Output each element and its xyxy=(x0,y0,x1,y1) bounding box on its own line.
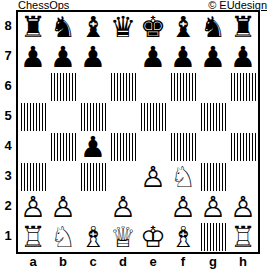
square-d4 xyxy=(108,132,138,162)
piece-white-pawn-e3: ♙ xyxy=(140,163,166,191)
square-h6 xyxy=(228,72,258,102)
piece-white-queen-d1: ♕ xyxy=(110,223,136,251)
square-h1: ♖ xyxy=(228,222,258,252)
square-f6 xyxy=(168,72,198,102)
square-a2: ♙ xyxy=(18,192,48,222)
rank-labels: 87654321 xyxy=(0,10,16,254)
square-c4: ♟ xyxy=(78,132,108,162)
file-label-b: b xyxy=(48,254,78,269)
square-d6 xyxy=(108,72,138,102)
square-c5 xyxy=(78,102,108,132)
credit-link[interactable]: © EUdesign xyxy=(208,0,267,10)
square-a5 xyxy=(18,102,48,132)
chess-board: ♜♞♝♛♚♝♞♜♟♟♟♟♟♟♟♟♙♘♙♙♙♙♙♙♖♘♗♕♔♗♖ xyxy=(16,10,260,254)
rank-label-3: 3 xyxy=(0,160,16,190)
square-d3 xyxy=(108,162,138,192)
square-c8: ♝ xyxy=(78,12,108,42)
piece-black-pawn-a7: ♟ xyxy=(20,43,46,71)
piece-white-knight-f3: ♘ xyxy=(170,163,196,191)
square-h5 xyxy=(228,102,258,132)
rank-label-1: 1 xyxy=(0,220,16,250)
header: ChessOps © EUdesign xyxy=(0,0,270,10)
square-h8: ♜ xyxy=(228,12,258,42)
square-b4 xyxy=(48,132,78,162)
piece-white-king-e1: ♔ xyxy=(140,223,166,251)
square-c3 xyxy=(78,162,108,192)
square-g2: ♙ xyxy=(198,192,228,222)
piece-black-pawn-c7: ♟ xyxy=(80,43,106,71)
square-b2: ♙ xyxy=(48,192,78,222)
piece-black-knight-b8: ♞ xyxy=(50,13,76,41)
square-d5 xyxy=(108,102,138,132)
file-label-d: d xyxy=(108,254,138,269)
square-b3 xyxy=(48,162,78,192)
piece-white-pawn-b2: ♙ xyxy=(50,193,76,221)
square-g5 xyxy=(198,102,228,132)
square-f7: ♟ xyxy=(168,42,198,72)
square-g1 xyxy=(198,222,228,252)
square-f2: ♙ xyxy=(168,192,198,222)
square-a8: ♜ xyxy=(18,12,48,42)
piece-black-pawn-e7: ♟ xyxy=(140,43,166,71)
square-d1: ♕ xyxy=(108,222,138,252)
piece-black-pawn-g7: ♟ xyxy=(200,43,226,71)
piece-white-knight-b1: ♘ xyxy=(50,223,76,251)
piece-black-pawn-c4: ♟ xyxy=(80,133,106,161)
file-label-h: h xyxy=(228,254,258,269)
square-g3 xyxy=(198,162,228,192)
piece-black-rook-h8: ♜ xyxy=(230,13,256,41)
square-b7: ♟ xyxy=(48,42,78,72)
square-f3: ♘ xyxy=(168,162,198,192)
file-label-f: f xyxy=(168,254,198,269)
square-d7 xyxy=(108,42,138,72)
file-label-e: e xyxy=(138,254,168,269)
piece-white-bishop-f1: ♗ xyxy=(170,223,196,251)
piece-white-bishop-c1: ♗ xyxy=(80,223,106,251)
square-e7: ♟ xyxy=(138,42,168,72)
piece-white-pawn-f2: ♙ xyxy=(170,193,196,221)
square-e5 xyxy=(138,102,168,132)
rank-label-7: 7 xyxy=(0,40,16,70)
piece-white-rook-h1: ♖ xyxy=(230,223,256,251)
square-a4 xyxy=(18,132,48,162)
piece-black-bishop-c8: ♝ xyxy=(80,13,106,41)
piece-white-pawn-d2: ♙ xyxy=(110,193,136,221)
piece-black-knight-g8: ♞ xyxy=(200,13,226,41)
piece-black-pawn-h7: ♟ xyxy=(230,43,256,71)
square-h4 xyxy=(228,132,258,162)
square-f4 xyxy=(168,132,198,162)
title-link[interactable]: ChessOps xyxy=(18,0,69,10)
piece-white-pawn-h2: ♙ xyxy=(230,193,256,221)
square-e6 xyxy=(138,72,168,102)
square-h7: ♟ xyxy=(228,42,258,72)
square-h3 xyxy=(228,162,258,192)
square-g8: ♞ xyxy=(198,12,228,42)
square-e8: ♚ xyxy=(138,12,168,42)
piece-black-pawn-b7: ♟ xyxy=(50,43,76,71)
file-labels: abcdefgh xyxy=(18,254,258,269)
rank-label-6: 6 xyxy=(0,70,16,100)
square-c6 xyxy=(78,72,108,102)
piece-black-king-e8: ♚ xyxy=(140,13,166,41)
rank-label-4: 4 xyxy=(0,130,16,160)
square-a3 xyxy=(18,162,48,192)
piece-black-bishop-f8: ♝ xyxy=(170,13,196,41)
square-f8: ♝ xyxy=(168,12,198,42)
square-h2: ♙ xyxy=(228,192,258,222)
piece-black-pawn-f7: ♟ xyxy=(170,43,196,71)
square-f5 xyxy=(168,102,198,132)
file-label-c: c xyxy=(78,254,108,269)
board-area: 87654321 ♜♞♝♛♚♝♞♜♟♟♟♟♟♟♟♟♙♘♙♙♙♙♙♙♖♘♗♕♔♗♖ xyxy=(0,10,270,254)
piece-white-pawn-g2: ♙ xyxy=(200,193,226,221)
piece-white-rook-a1: ♖ xyxy=(20,223,46,251)
square-c1: ♗ xyxy=(78,222,108,252)
square-c7: ♟ xyxy=(78,42,108,72)
file-label-g: g xyxy=(198,254,228,269)
square-c2 xyxy=(78,192,108,222)
square-g6 xyxy=(198,72,228,102)
square-d2: ♙ xyxy=(108,192,138,222)
piece-black-queen-d8: ♛ xyxy=(110,13,136,41)
piece-black-rook-a8: ♜ xyxy=(20,13,46,41)
square-b5 xyxy=(48,102,78,132)
square-e3: ♙ xyxy=(138,162,168,192)
file-label-a: a xyxy=(18,254,48,269)
square-d8: ♛ xyxy=(108,12,138,42)
square-e4 xyxy=(138,132,168,162)
square-g4 xyxy=(198,132,228,162)
square-a6 xyxy=(18,72,48,102)
square-e2 xyxy=(138,192,168,222)
piece-white-pawn-a2: ♙ xyxy=(20,193,46,221)
square-e1: ♔ xyxy=(138,222,168,252)
rank-label-2: 2 xyxy=(0,190,16,220)
square-a1: ♖ xyxy=(18,222,48,252)
square-f1: ♗ xyxy=(168,222,198,252)
rank-label-5: 5 xyxy=(0,100,16,130)
rank-label-8: 8 xyxy=(0,10,16,40)
square-a7: ♟ xyxy=(18,42,48,72)
square-b6 xyxy=(48,72,78,102)
square-b8: ♞ xyxy=(48,12,78,42)
square-g7: ♟ xyxy=(198,42,228,72)
square-b1: ♘ xyxy=(48,222,78,252)
